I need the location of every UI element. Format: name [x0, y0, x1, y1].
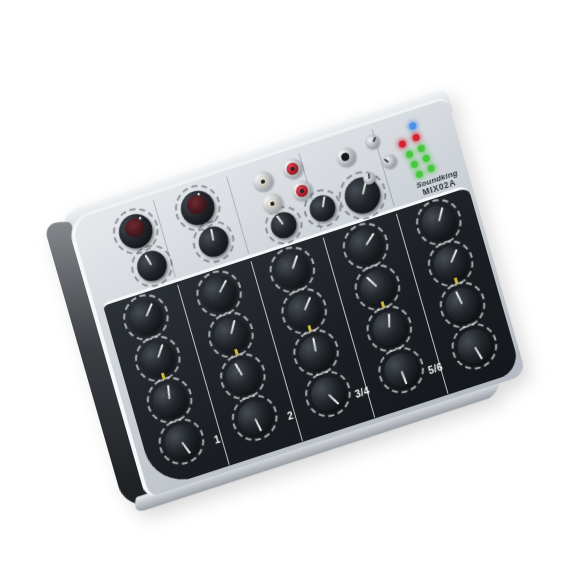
black-knob-col1-row3-pointer-rot: [151, 381, 188, 420]
black-knob-col4-row3-pointer-rot: [372, 311, 406, 347]
black-knob-col2-row4-pointer: [254, 418, 262, 432]
black-knob-col2-row1-pointer: [219, 279, 228, 293]
rca-jack-ch34-left-white: [251, 169, 276, 194]
black-knob-col5-row3-pointer: [455, 291, 463, 305]
trim-knob-slot: [368, 174, 370, 179]
headphone-jack: [334, 145, 357, 169]
black-knob-col4-row2-pointer: [366, 276, 378, 287]
led-clip-2: [398, 140, 407, 149]
ch2-aux-knob-pointer: [210, 228, 215, 241]
rca-jack-ch34-left-white-hole: [261, 180, 265, 184]
black-knob-col3-row2-pointer: [304, 296, 312, 310]
black-knob-col2-row3-pointer: [234, 363, 243, 376]
black-knob-col5-row4-pointer: [474, 347, 483, 360]
black-knob-col4-row3-pointer: [388, 313, 391, 328]
phones-level-knob-slot: [372, 137, 376, 143]
rca-jack-ch34-left-white-collar: [255, 173, 271, 189]
black-knob-col5-row1-pointer: [438, 207, 444, 222]
led-signal-5: [417, 144, 426, 153]
black-knob-col1-row4-pointer: [181, 442, 191, 455]
led-clip-3: [412, 133, 421, 142]
rca-jack-ch34-right-red-hole: [291, 167, 295, 171]
rca-jack-ch56-left-white-hole: [270, 202, 274, 206]
ch1-aux-knob-pointer: [144, 254, 152, 266]
black-knob-col3-row1-pointer: [292, 255, 299, 269]
ch34-level-knob-pointer: [276, 215, 284, 225]
led-signal-8: [415, 170, 424, 179]
black-knob-col4-row1-pointer: [365, 232, 375, 245]
black-knob-col1-row1-pointer: [145, 303, 153, 317]
silver-top-panel: 1 2 3/4 5/6 Soundking MIX02A: [66, 96, 526, 499]
black-knob-col3-row3-pointer: [312, 337, 317, 352]
led-signal-6: [410, 160, 419, 169]
led-signal-4: [405, 150, 414, 159]
headphone-jack-hole: [340, 152, 350, 163]
led-signal-7: [422, 154, 431, 163]
ch56-level-knob-cap: [307, 192, 339, 225]
black-knob-col4-row4-pointer: [400, 371, 407, 385]
black-knob-col1-row3-pointer: [167, 385, 171, 400]
led-power-1: [409, 122, 418, 131]
ch56-level-knob-pointer: [322, 197, 326, 208]
rca-jack-ch56-right-red-collar: [294, 183, 310, 199]
mixer-body: 1 2 3/4 5/6 Soundking MIX02A: [66, 96, 526, 499]
twotrack-level-knob-slot: [384, 158, 389, 163]
photo-background: 1 2 3/4 5/6 Soundking MIX02A: [0, 0, 587, 587]
ch56-level-knob-pointer-rot: [308, 194, 337, 223]
black-knob-col1-row2-pointer: [157, 344, 164, 358]
rca-jack-ch34-right-red-collar: [285, 161, 301, 177]
black-knob-col3-row4-pointer: [328, 394, 340, 405]
rca-jack-ch56-left-white-collar: [265, 196, 281, 212]
black-knob-col5-row2-pointer: [450, 249, 458, 263]
black-knob-col2-row2-pointer: [230, 320, 236, 335]
led-signal-9: [427, 164, 436, 173]
rca-jack-ch56-right-red-hole: [300, 189, 304, 193]
